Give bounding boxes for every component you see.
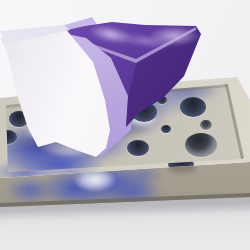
gloss-highlight: [148, 26, 200, 46]
photo-soap-on-concrete-dish: [0, 0, 250, 250]
soap-bar: [0, 0, 250, 250]
